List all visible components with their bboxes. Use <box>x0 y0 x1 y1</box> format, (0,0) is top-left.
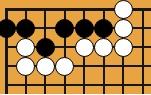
intersection-h19[interactable] <box>133 0 151 19</box>
intersection-b17[interactable] <box>16 38 36 57</box>
black-stone <box>36 38 55 57</box>
white-stone <box>16 38 35 57</box>
intersection-e16[interactable] <box>74 57 94 76</box>
intersection-h15[interactable] <box>133 76 151 95</box>
intersection-h17[interactable] <box>133 38 151 57</box>
intersection-f19[interactable] <box>94 0 114 19</box>
intersection-e18[interactable] <box>74 19 94 38</box>
white-stone <box>114 0 133 19</box>
intersection-h18[interactable] <box>133 19 151 38</box>
black-stone <box>75 19 94 38</box>
intersection-b18[interactable] <box>16 19 36 38</box>
intersection-c16[interactable] <box>35 57 55 76</box>
white-stone <box>94 38 113 57</box>
intersection-c15[interactable] <box>35 76 55 95</box>
intersection-d19[interactable] <box>55 0 75 19</box>
go-board <box>0 0 151 94</box>
intersection-g15[interactable] <box>113 76 133 95</box>
intersection-c19[interactable] <box>35 0 55 19</box>
white-stone <box>114 19 133 38</box>
intersection-a19[interactable] <box>0 0 16 19</box>
intersection-g18[interactable] <box>113 19 133 38</box>
stone-grid <box>0 0 151 94</box>
white-stone <box>114 38 133 57</box>
intersection-f17[interactable] <box>94 38 114 57</box>
intersection-a17[interactable] <box>0 38 16 57</box>
white-stone <box>75 38 94 57</box>
intersection-b16[interactable] <box>16 57 36 76</box>
intersection-g16[interactable] <box>113 57 133 76</box>
intersection-b19[interactable] <box>16 0 36 19</box>
intersection-d15[interactable] <box>55 76 75 95</box>
white-stone <box>16 57 35 76</box>
black-stone <box>0 19 16 38</box>
intersection-g19[interactable] <box>113 0 133 19</box>
intersection-d16[interactable] <box>55 57 75 76</box>
intersection-c18[interactable] <box>35 19 55 38</box>
white-stone <box>36 57 55 76</box>
intersection-f18[interactable] <box>94 19 114 38</box>
intersection-e19[interactable] <box>74 0 94 19</box>
intersection-e15[interactable] <box>74 76 94 95</box>
black-stone <box>55 19 74 38</box>
intersection-b15[interactable] <box>16 76 36 95</box>
intersection-a16[interactable] <box>0 57 16 76</box>
intersection-c17[interactable] <box>35 38 55 57</box>
intersection-e17[interactable] <box>74 38 94 57</box>
intersection-d18[interactable] <box>55 19 75 38</box>
intersection-g17[interactable] <box>113 38 133 57</box>
intersection-d17[interactable] <box>55 38 75 57</box>
black-stone <box>94 19 113 38</box>
intersection-f16[interactable] <box>94 57 114 76</box>
intersection-a15[interactable] <box>0 76 16 95</box>
white-stone <box>55 57 74 76</box>
intersection-h16[interactable] <box>133 57 151 76</box>
intersection-a18[interactable] <box>0 19 16 38</box>
intersection-f15[interactable] <box>94 76 114 95</box>
black-stone <box>16 19 35 38</box>
